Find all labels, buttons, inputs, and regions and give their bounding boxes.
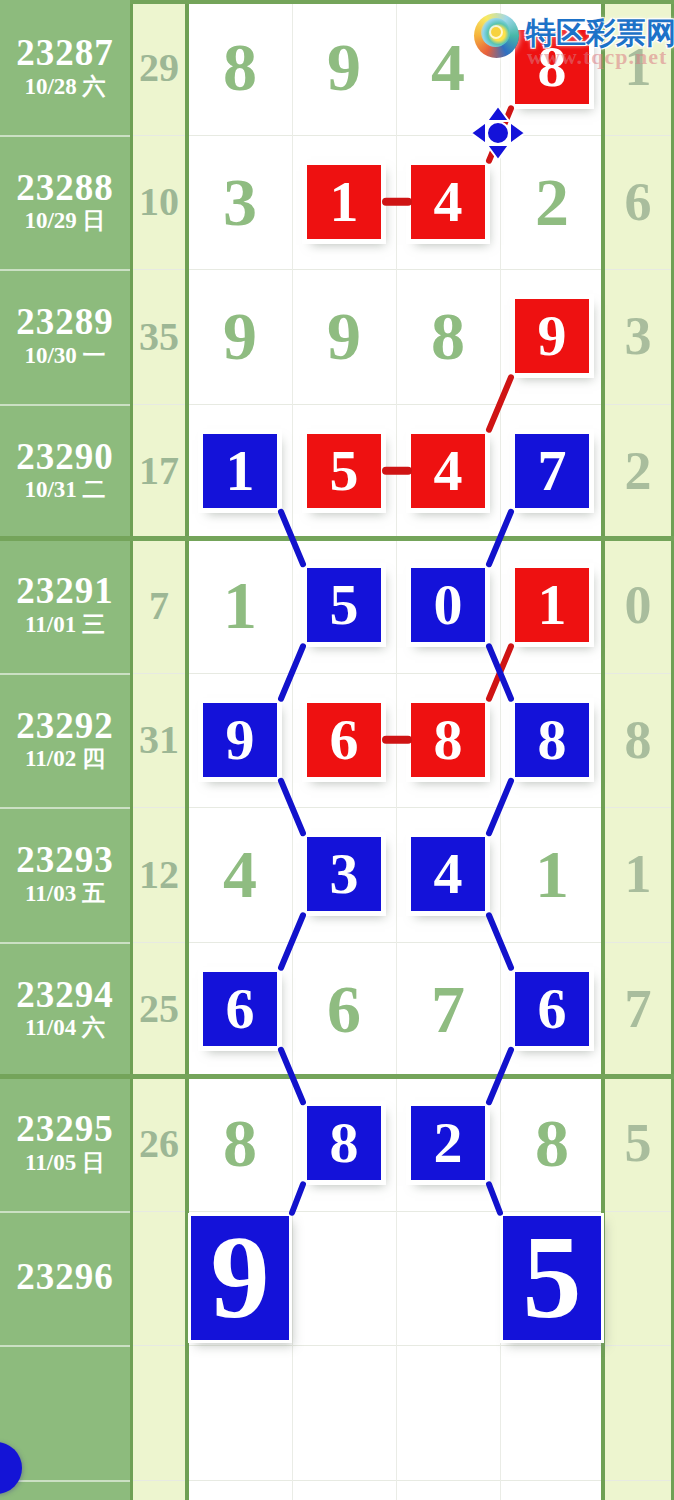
plain-digit: 4 bbox=[431, 33, 465, 101]
blue-highlight-cell: 1 bbox=[203, 434, 277, 508]
plain-digit: 4 bbox=[223, 840, 257, 908]
period-number: 23291 bbox=[16, 572, 114, 611]
plain-digit: 9 bbox=[327, 33, 361, 101]
blue-highlight-cell: 0 bbox=[411, 568, 485, 642]
blue-highlight-cell: 8 bbox=[307, 1106, 381, 1180]
sum-value: 17 bbox=[133, 404, 185, 539]
right-digit: 3 bbox=[605, 269, 671, 404]
connection-line bbox=[489, 1184, 500, 1213]
red-highlight-cell: 1 bbox=[515, 568, 589, 642]
red-highlight-cell: 8 bbox=[411, 703, 485, 777]
plain-digit: 8 bbox=[431, 302, 465, 370]
period-number: 23289 bbox=[16, 303, 114, 342]
blue-highlight-cell: 2 bbox=[411, 1106, 485, 1180]
grid-line bbox=[133, 942, 674, 943]
period-number: 23296 bbox=[16, 1258, 114, 1297]
red-highlight-cell: 6 bbox=[307, 703, 381, 777]
plain-digit: 7 bbox=[431, 975, 465, 1043]
draw-date: 11/02 四 bbox=[25, 745, 105, 773]
grid-line bbox=[396, 0, 397, 1500]
blue-highlight-cell: 3 bbox=[307, 837, 381, 911]
blue-highlight-cell: 6 bbox=[515, 972, 589, 1046]
plain-digit: 9 bbox=[327, 302, 361, 370]
right-digit: 5 bbox=[605, 1076, 671, 1211]
plain-digit: 1 bbox=[223, 571, 257, 639]
group-separator bbox=[130, 0, 674, 4]
blue-highlight-cell: 5 bbox=[307, 568, 381, 642]
grid-line bbox=[0, 1480, 130, 1482]
period-cell: 2328710/28 六 bbox=[0, 0, 130, 135]
sum-value: 26 bbox=[133, 1076, 185, 1211]
grid-line bbox=[133, 1345, 674, 1346]
grid-line bbox=[0, 1345, 130, 1347]
grid-line bbox=[133, 135, 674, 136]
plain-digit: 8 bbox=[223, 33, 257, 101]
period-number: 23293 bbox=[16, 841, 114, 880]
sum-value: 31 bbox=[133, 673, 185, 808]
plain-digit: 8 bbox=[223, 1109, 257, 1177]
big-highlight-cell: 9 bbox=[191, 1216, 289, 1340]
right-digit: 1 bbox=[605, 807, 671, 942]
sum-value: 7 bbox=[133, 538, 185, 673]
right-digit: 8 bbox=[605, 673, 671, 808]
period-number: 23295 bbox=[16, 1110, 114, 1149]
right-digit: 2 bbox=[605, 404, 671, 539]
blue-highlight-cell: 9 bbox=[203, 703, 277, 777]
sum-value: 12 bbox=[133, 807, 185, 942]
sum-value: 10 bbox=[133, 135, 185, 270]
draw-date: 10/30 一 bbox=[24, 342, 105, 370]
plain-digit: 3 bbox=[223, 168, 257, 236]
draw-date: 11/03 五 bbox=[25, 880, 105, 908]
draw-date: 11/04 六 bbox=[25, 1014, 105, 1042]
sum-value: 29 bbox=[133, 0, 185, 135]
grid-line bbox=[292, 0, 293, 1500]
plain-digit: 1 bbox=[535, 840, 569, 908]
logo-swirl-icon[interactable] bbox=[474, 13, 519, 58]
draw-date: 10/28 六 bbox=[24, 73, 105, 101]
red-highlight-cell: 9 bbox=[515, 299, 589, 373]
period-cell: 2329111/01 三 bbox=[0, 538, 130, 673]
period-cell: 2329211/02 四 bbox=[0, 673, 130, 808]
period-cell: 2329411/04 六 bbox=[0, 942, 130, 1077]
sum-value: 35 bbox=[133, 269, 185, 404]
connection-line bbox=[292, 1184, 303, 1213]
grid-line bbox=[133, 807, 674, 808]
period-number: 23290 bbox=[16, 438, 114, 477]
grid-line bbox=[133, 269, 674, 270]
period-cell: 2329010/31 二 bbox=[0, 404, 130, 539]
blue-highlight-cell: 7 bbox=[515, 434, 589, 508]
draw-date: 10/31 二 bbox=[24, 476, 105, 504]
plain-digit: 2 bbox=[535, 168, 569, 236]
red-highlight-cell: 1 bbox=[307, 165, 381, 239]
blue-highlight-cell: 6 bbox=[203, 972, 277, 1046]
grid-line bbox=[500, 0, 501, 1500]
big-highlight-cell: 5 bbox=[503, 1216, 601, 1340]
plain-digit: 6 bbox=[327, 975, 361, 1043]
blue-highlight-cell: 4 bbox=[411, 837, 485, 911]
site-watermark: www.tqcp.net bbox=[527, 44, 667, 70]
red-highlight-cell: 4 bbox=[411, 434, 485, 508]
draw-date: 11/05 日 bbox=[25, 1149, 105, 1177]
period-cell: 2328910/30 一 bbox=[0, 269, 130, 404]
period-cell: 23296 bbox=[0, 1211, 130, 1346]
plain-digit: 9 bbox=[223, 302, 257, 370]
lottery-trend-chart: 2328710/28 六29189482328810/29 日106314223… bbox=[0, 0, 674, 1500]
draw-date: 10/29 日 bbox=[24, 207, 105, 235]
grid-line bbox=[133, 404, 674, 405]
red-highlight-cell: 4 bbox=[411, 165, 485, 239]
period-cell: 2329511/05 日 bbox=[0, 1076, 130, 1211]
grid-line bbox=[133, 673, 674, 674]
right-digit: 0 bbox=[605, 538, 671, 673]
plain-digit: 8 bbox=[535, 1109, 569, 1177]
sum-value: 25 bbox=[133, 942, 185, 1077]
logo-swirl-core bbox=[491, 27, 501, 37]
period-number: 23294 bbox=[16, 976, 114, 1015]
blue-highlight-cell: 8 bbox=[515, 703, 589, 777]
column-border bbox=[185, 0, 189, 1500]
period-cell: 2328810/29 日 bbox=[0, 135, 130, 270]
draw-date: 11/01 三 bbox=[25, 611, 105, 639]
right-digit: 7 bbox=[605, 942, 671, 1077]
grid-line bbox=[133, 1480, 674, 1481]
period-number: 23288 bbox=[16, 169, 114, 208]
move-cursor-icon[interactable] bbox=[466, 101, 530, 165]
red-highlight-cell: 5 bbox=[307, 434, 381, 508]
right-digit: 6 bbox=[605, 135, 671, 270]
period-cell: 2329311/03 五 bbox=[0, 807, 130, 942]
period-number: 23292 bbox=[16, 707, 114, 746]
period-number: 23287 bbox=[16, 34, 114, 73]
